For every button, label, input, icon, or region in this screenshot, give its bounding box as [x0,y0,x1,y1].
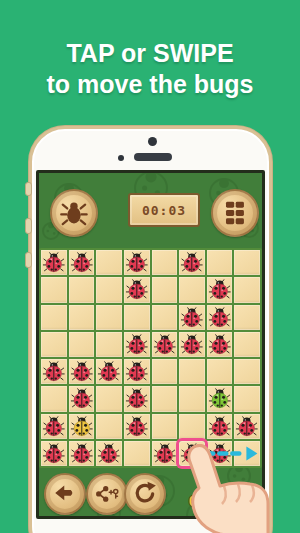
red-ladybug [153,333,177,356]
cell-r4c1[interactable] [41,332,67,357]
bug-icon [59,198,89,228]
cell-r7c7[interactable] [207,414,233,439]
red-ladybug [70,360,94,383]
yellow-ladybug [70,415,94,438]
red-ladybug [180,333,204,356]
cell-r8c8[interactable] [234,441,260,466]
cell-r6c3[interactable] [96,386,122,411]
cell-r4c5[interactable] [152,332,178,357]
cell-r1c8[interactable] [234,250,260,275]
timer-text: 00:03 [142,203,186,218]
cell-r1c1[interactable] [41,250,67,275]
cell-r7c4[interactable] [124,414,150,439]
red-ladybug [208,333,232,356]
cell-r4c3[interactable] [96,332,122,357]
red-ladybug [208,306,232,329]
red-ladybug [42,360,66,383]
cell-r8c2[interactable] [69,441,95,466]
cell-r1c2[interactable] [69,250,95,275]
red-ladybug [97,360,121,383]
cell-r3c7[interactable] [207,305,233,330]
red-ladybug [42,415,66,438]
cell-r1c3[interactable] [96,250,122,275]
game-screen: 00:03 [36,170,265,519]
cell-r5c1[interactable] [41,359,67,384]
cell-r6c7[interactable] [207,386,233,411]
cell-r2c1[interactable] [41,277,67,302]
red-ladybug [125,415,149,438]
cell-r8c3[interactable] [96,441,122,466]
board [39,248,262,468]
cell-r7c6[interactable] [179,414,205,439]
red-ladybug [180,306,204,329]
cell-r6c4[interactable] [124,386,150,411]
cell-r6c1[interactable] [41,386,67,411]
red-ladybug [235,415,259,438]
earpiece-speaker [134,153,172,161]
share-button[interactable] [86,473,128,515]
cell-r2c2[interactable] [69,277,95,302]
timer-plank: 00:03 [128,193,200,227]
red-ladybug [180,251,204,274]
cell-r2c6[interactable] [179,277,205,302]
red-ladybug [125,387,149,410]
red-ladybug [125,251,149,274]
red-ladybug [70,442,94,465]
cell-r8c6[interactable] [179,441,205,466]
cell-r7c8[interactable] [234,414,260,439]
cell-r4c6[interactable] [179,332,205,357]
cell-r7c1[interactable] [41,414,67,439]
cell-r5c3[interactable] [96,359,122,384]
cell-r8c7[interactable] [207,441,233,466]
cell-r5c5[interactable] [152,359,178,384]
red-ladybug [70,251,94,274]
cell-r5c2[interactable] [69,359,95,384]
red-ladybug [97,442,121,465]
cell-r3c8[interactable] [234,305,260,330]
cell-r2c4[interactable] [124,277,150,302]
cell-r6c5[interactable] [152,386,178,411]
cell-r2c7[interactable] [207,277,233,302]
cell-r5c8[interactable] [234,359,260,384]
cell-r2c8[interactable] [234,277,260,302]
proximity-sensor [118,155,124,161]
red-ladybug [42,442,66,465]
red-ladybug [208,278,232,301]
mute-switch [25,182,32,196]
tagline-line2: to move the bugs [0,69,300,100]
red-ladybug [42,251,66,274]
restart-icon [132,481,158,507]
cell-r8c1[interactable] [41,441,67,466]
levels-button[interactable] [211,189,259,237]
header-tagline: TAP or SWIPE to move the bugs [0,38,300,100]
cell-r3c6[interactable] [179,305,205,330]
bug-hint-button[interactable] [50,189,98,237]
cell-r1c6[interactable] [179,250,205,275]
red-ladybug [70,387,94,410]
red-ladybug [125,278,149,301]
cell-r4c7[interactable] [207,332,233,357]
cell-r5c6[interactable] [179,359,205,384]
volume-up-button [25,218,32,234]
app-store-screenshot: TAP or SWIPE to move the bugs 00:03 [0,0,300,533]
restart-button[interactable] [124,473,166,515]
volume-down-button [25,252,32,268]
red-ladybug [208,415,232,438]
cell-r2c3[interactable] [96,277,122,302]
cell-r1c4[interactable] [124,250,150,275]
cell-r3c5[interactable] [152,305,178,330]
cell-r5c4[interactable] [124,359,150,384]
share-key-icon [94,481,120,507]
cell-r3c1[interactable] [41,305,67,330]
cell-r3c2[interactable] [69,305,95,330]
cell-r7c5[interactable] [152,414,178,439]
back-button[interactable] [44,473,86,515]
cell-r4c2[interactable] [69,332,95,357]
cell-r1c7[interactable] [207,250,233,275]
cell-r8c5[interactable] [152,441,178,466]
cell-r6c6[interactable] [179,386,205,411]
green-ladybug [208,387,232,410]
red-ladybug [125,333,149,356]
red-ladybug [153,442,177,465]
cell-r7c2[interactable] [69,414,95,439]
cell-r2c5[interactable] [152,277,178,302]
red-ladybug [208,442,232,465]
back-arrow-icon [52,481,78,507]
cell-r8c4[interactable] [124,441,150,466]
front-camera [148,137,157,146]
cell-r3c3[interactable] [96,305,122,330]
cell-r4c8[interactable] [234,332,260,357]
counter-text: 00:23 [189,493,240,509]
cell-r6c2[interactable] [69,386,95,411]
cell-r7c3[interactable] [96,414,122,439]
levels-grid-icon [220,198,250,228]
red-ladybug [180,442,204,465]
tagline-line1: TAP or SWIPE [0,38,300,69]
cell-r3c4[interactable] [124,305,150,330]
cell-r6c8[interactable] [234,386,260,411]
cell-r1c5[interactable] [152,250,178,275]
cell-r5c7[interactable] [207,359,233,384]
red-ladybug [125,360,149,383]
cell-r4c4[interactable] [124,332,150,357]
